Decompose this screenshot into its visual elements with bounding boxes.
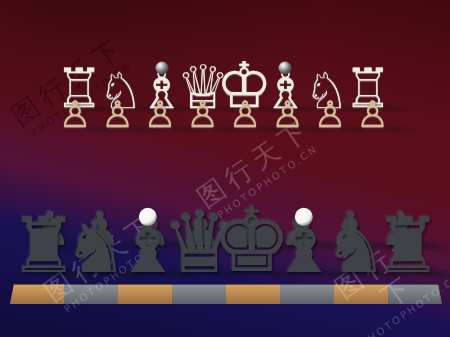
piece-bP: ♟ (330, 206, 372, 253)
chess-stock-photo: ♖♘♗♕♔♗♘♖♙♙♙♙♙♙♙♙♟♟♟♟♟♟♟♟♜♞♝♛♚♝♞♜ 图行天下PHO… (0, 0, 450, 337)
piece-shadow (67, 101, 138, 119)
piece-bP: ♟ (29, 206, 71, 253)
piece-bB: ♝ (115, 211, 181, 285)
piece-bQ: ♛ (162, 200, 238, 285)
piece-bP: ♟ (79, 206, 121, 253)
square-r2c5 (267, 135, 313, 156)
piece-shadow (105, 119, 178, 137)
square-r2c3 (180, 135, 225, 156)
piece-bP: ♟ (229, 206, 271, 253)
square-r0c5 (264, 97, 307, 115)
square-r3c6 (313, 156, 362, 178)
piece-shadow (34, 233, 120, 257)
square-r5c3 (176, 202, 225, 227)
white-bishop-ball-icon (155, 62, 168, 75)
piece-shadow (108, 101, 179, 119)
square-r7c1 (67, 255, 123, 284)
piece-wK: ♔ (216, 54, 272, 117)
square-r1c3 (181, 115, 224, 135)
piece-shadow (235, 233, 321, 257)
watermark-en-text: PHOTOPHOTO.CN (57, 233, 172, 319)
square-r5c0 (28, 202, 82, 227)
square-r0c0 (56, 97, 101, 115)
piece-shadow (147, 119, 220, 137)
square-r4c2 (130, 178, 179, 202)
square-r0c1 (98, 97, 142, 115)
piece-shadow (392, 261, 450, 287)
watermark-cn-text: 图行天下 (5, 29, 132, 132)
square-r0c2 (140, 97, 183, 115)
piece-wP: ♙ (356, 98, 389, 135)
piece-shadow (232, 101, 303, 119)
square-r4c3 (177, 178, 225, 202)
piece-shadow (232, 119, 305, 137)
square-r5c4 (225, 202, 275, 227)
black-bishop-ball-icon (139, 207, 157, 225)
piece-shadow (184, 261, 274, 287)
square-r5c2 (127, 202, 178, 227)
watermark-en-text: PHOTOPHOTO.CN (24, 57, 139, 143)
square-r6c1 (72, 227, 126, 254)
piece-wP: ♙ (229, 98, 262, 135)
square-r6c2 (123, 227, 175, 254)
square-r1c0 (51, 115, 98, 135)
square-r1c1 (95, 115, 140, 135)
watermark-cn-text: 图行天下 (320, 215, 450, 337)
square-r4c6 (317, 178, 368, 202)
square-r2c0 (46, 135, 94, 156)
square-r3c2 (133, 156, 180, 178)
piece-wN: ♘ (98, 66, 143, 116)
square-r6c4 (225, 227, 276, 254)
piece-shadow (359, 119, 432, 137)
square-r4c7 (363, 178, 416, 202)
white-bishop-ball-icon (279, 62, 292, 75)
watermark-en-text: PHOTOPHOTO.CN (210, 139, 325, 225)
piece-wP: ♙ (314, 98, 347, 135)
square-r3c5 (269, 156, 317, 178)
square-r0c6 (305, 97, 350, 115)
square-r2c6 (310, 135, 358, 156)
watermark: 图行天下PHOTOPHOTO.CN (191, 111, 325, 224)
piece-shadow (149, 101, 220, 119)
square-r5c5 (272, 202, 323, 227)
piece-shadow (80, 261, 170, 287)
black-bishop-ball-icon (295, 207, 313, 225)
piece-shadow (185, 233, 271, 257)
square-r0c7 (345, 97, 391, 115)
piece-wP: ♙ (144, 98, 177, 135)
square-r1c6 (307, 115, 353, 135)
piece-bR: ♜ (9, 208, 78, 285)
square-r0c4 (224, 97, 266, 115)
piece-bN: ♞ (324, 213, 388, 284)
square-r6c0 (21, 227, 77, 254)
piece-shadow (132, 261, 222, 287)
piece-wQ: ♕ (176, 57, 230, 117)
piece-shadow (317, 119, 390, 137)
piece-wB: ♗ (138, 64, 185, 116)
watermark: 图行天下PHOTOPHOTO.CN (320, 215, 450, 337)
square-r4c5 (271, 178, 320, 202)
square-r7c0 (14, 255, 72, 284)
piece-shadow (314, 101, 385, 119)
square-r3c3 (179, 156, 225, 178)
piece-bP: ♟ (129, 206, 171, 253)
square-r6c5 (274, 227, 327, 254)
square-r7c2 (120, 255, 175, 284)
piece-shadow (236, 261, 326, 287)
square-r6c6 (324, 227, 379, 254)
square-r1c4 (224, 115, 267, 135)
piece-shadow (135, 233, 221, 257)
square-r2c7 (353, 135, 402, 156)
piece-bB: ♝ (271, 211, 337, 285)
square-r4c0 (35, 178, 87, 202)
square-r7c3 (173, 255, 226, 284)
piece-shadow (189, 119, 262, 137)
square-r3c4 (224, 156, 270, 178)
piece-wP: ♙ (186, 98, 219, 135)
piece-bP: ♟ (179, 206, 221, 253)
piece-bP: ♟ (380, 206, 422, 253)
square-r7c7 (379, 255, 438, 284)
piece-wP: ♙ (101, 98, 134, 135)
watermark-cn-text: 图行天下 (191, 111, 318, 214)
piece-shadow (340, 261, 430, 287)
square-r2c2 (135, 135, 181, 156)
square-r6c7 (373, 227, 430, 254)
chess-board (14, 97, 438, 284)
square-r5c7 (368, 202, 423, 227)
piece-shadow (28, 261, 118, 287)
square-r6c3 (175, 227, 226, 254)
piece-wP: ♙ (271, 98, 304, 135)
piece-bK: ♚ (212, 196, 292, 285)
piece-bN: ♞ (64, 213, 128, 284)
piece-shadow (285, 233, 371, 257)
square-r0c3 (182, 97, 224, 115)
square-r7c5 (277, 255, 332, 284)
piece-bR: ♜ (374, 208, 443, 285)
square-r2c1 (91, 135, 138, 156)
piece-bP: ♟ (280, 206, 322, 253)
square-r7c6 (328, 255, 385, 284)
square-r3c7 (358, 156, 409, 178)
piece-shadow (274, 119, 347, 137)
piece-wP: ♙ (59, 98, 92, 135)
piece-shadow (335, 233, 421, 257)
square-r4c1 (82, 178, 132, 202)
piece-shadow (288, 261, 378, 287)
piece-shadow (385, 233, 450, 257)
square-r5c1 (77, 202, 129, 227)
piece-shadow (355, 101, 426, 119)
board-lighting-overlay (14, 97, 438, 284)
square-r7c4 (226, 255, 279, 284)
piece-wN: ♘ (304, 66, 349, 116)
piece-shadow (190, 101, 261, 119)
square-r4c4 (225, 178, 273, 202)
square-r1c7 (349, 115, 396, 135)
piece-shadow (62, 119, 135, 137)
board-front-edge (10, 284, 442, 304)
square-r2c4 (224, 135, 269, 156)
square-r3c1 (87, 156, 136, 178)
piece-shadow (84, 233, 170, 257)
square-r5c6 (320, 202, 373, 227)
square-r1c5 (266, 115, 311, 135)
watermark: 图行天下PHOTOPHOTO.CN (5, 29, 139, 142)
square-r1c2 (138, 115, 182, 135)
piece-shadow (273, 101, 344, 119)
piece-wR: ♖ (344, 62, 392, 116)
piece-wR: ♖ (55, 62, 103, 116)
piece-wB: ♗ (262, 64, 309, 116)
square-r3c0 (41, 156, 91, 178)
